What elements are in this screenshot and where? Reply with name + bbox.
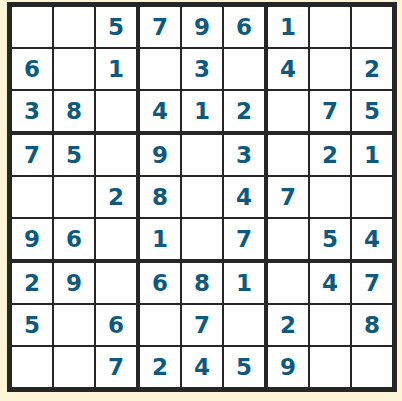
sudoku-cell-r2c6[interactable] bbox=[224, 49, 264, 89]
sudoku-cell-r1c5[interactable]: 9 bbox=[182, 7, 222, 47]
sudoku-cell-r6c4[interactable]: 1 bbox=[140, 219, 180, 259]
sudoku-cell-r2c8[interactable] bbox=[310, 49, 350, 89]
sudoku-cell-r6c2[interactable]: 6 bbox=[54, 219, 94, 259]
sudoku-cell-r9c2[interactable] bbox=[54, 347, 94, 387]
sudoku-cell-r2c2[interactable] bbox=[54, 49, 94, 89]
sudoku-cell-r4c1[interactable]: 7 bbox=[12, 135, 52, 175]
sudoku-cell-r4c7[interactable] bbox=[268, 135, 308, 175]
sudoku-cell-r2c5[interactable]: 3 bbox=[182, 49, 222, 89]
sudoku-cell-r5c9[interactable] bbox=[352, 177, 392, 217]
sudoku-cell-r6c7[interactable] bbox=[268, 219, 308, 259]
sudoku-cell-r9c4[interactable]: 2 bbox=[140, 347, 180, 387]
sudoku-cell-r3c2[interactable]: 8 bbox=[54, 91, 94, 131]
sudoku-cell-r3c5[interactable]: 1 bbox=[182, 91, 222, 131]
sudoku-cell-r8c1[interactable]: 5 bbox=[12, 305, 52, 345]
sudoku-cell-r1c8[interactable] bbox=[310, 7, 350, 47]
sudoku-cell-r3c3[interactable] bbox=[96, 91, 136, 131]
sudoku-cell-r7c9[interactable]: 7 bbox=[352, 263, 392, 303]
sudoku-cell-r8c9[interactable]: 8 bbox=[352, 305, 392, 345]
sudoku-box: 75296 bbox=[12, 135, 136, 259]
sudoku-cell-r6c9[interactable]: 4 bbox=[352, 219, 392, 259]
sudoku-cell-r2c4[interactable] bbox=[140, 49, 180, 89]
sudoku-cell-r6c8[interactable]: 5 bbox=[310, 219, 350, 259]
sudoku-cell-r8c5[interactable]: 7 bbox=[182, 305, 222, 345]
sudoku-cell-r8c8[interactable] bbox=[310, 305, 350, 345]
sudoku-cell-r7c7[interactable] bbox=[268, 263, 308, 303]
sudoku-cell-r6c6[interactable]: 7 bbox=[224, 219, 264, 259]
sudoku-cell-r2c3[interactable]: 1 bbox=[96, 49, 136, 89]
sudoku-cell-r5c5[interactable] bbox=[182, 177, 222, 217]
sudoku-box: 29567 bbox=[12, 263, 136, 387]
sudoku-cell-r9c8[interactable] bbox=[310, 347, 350, 387]
sudoku-cell-r3c9[interactable]: 5 bbox=[352, 91, 392, 131]
sudoku-cell-r9c3[interactable]: 7 bbox=[96, 347, 136, 387]
sudoku-cell-r2c1[interactable]: 6 bbox=[12, 49, 52, 89]
sudoku-cell-r5c7[interactable]: 7 bbox=[268, 177, 308, 217]
page: { "game": "sudoku", "position": "..57961… bbox=[0, 0, 402, 401]
sudoku-cell-r4c9[interactable]: 1 bbox=[352, 135, 392, 175]
sudoku-cell-r3c7[interactable] bbox=[268, 91, 308, 131]
sudoku-cell-r9c5[interactable]: 4 bbox=[182, 347, 222, 387]
sudoku-cell-r7c8[interactable]: 4 bbox=[310, 263, 350, 303]
sudoku-cell-r1c3[interactable]: 5 bbox=[96, 7, 136, 47]
sudoku-cell-r3c8[interactable]: 7 bbox=[310, 91, 350, 131]
sudoku-cell-r7c6[interactable]: 1 bbox=[224, 263, 264, 303]
sudoku-cell-r7c2[interactable]: 9 bbox=[54, 263, 94, 303]
sudoku-box: 7963412 bbox=[140, 7, 264, 131]
sudoku-box: 21754 bbox=[268, 135, 392, 259]
sudoku-box: 56138 bbox=[12, 7, 136, 131]
sudoku-cell-r7c3[interactable] bbox=[96, 263, 136, 303]
sudoku-cell-r9c7[interactable]: 9 bbox=[268, 347, 308, 387]
sudoku-cell-r4c8[interactable]: 2 bbox=[310, 135, 350, 175]
sudoku-cell-r1c4[interactable]: 7 bbox=[140, 7, 180, 47]
sudoku-cell-r4c5[interactable] bbox=[182, 135, 222, 175]
sudoku-cell-r2c9[interactable]: 2 bbox=[352, 49, 392, 89]
sudoku-cell-r6c3[interactable] bbox=[96, 219, 136, 259]
sudoku-cell-r8c4[interactable] bbox=[140, 305, 180, 345]
sudoku-cell-r5c6[interactable]: 4 bbox=[224, 177, 264, 217]
sudoku-cell-r7c5[interactable]: 8 bbox=[182, 263, 222, 303]
sudoku-box: 6817245 bbox=[140, 263, 264, 387]
sudoku-cell-r1c6[interactable]: 6 bbox=[224, 7, 264, 47]
sudoku-board: 5613879634121427575296938417217542956768… bbox=[7, 2, 397, 392]
sudoku-cell-r8c3[interactable]: 6 bbox=[96, 305, 136, 345]
sudoku-cell-r1c2[interactable] bbox=[54, 7, 94, 47]
sudoku-cell-r9c9[interactable] bbox=[352, 347, 392, 387]
sudoku-cell-r3c1[interactable]: 3 bbox=[12, 91, 52, 131]
sudoku-cell-r6c1[interactable]: 9 bbox=[12, 219, 52, 259]
sudoku-cell-r7c1[interactable]: 2 bbox=[12, 263, 52, 303]
sudoku-cell-r4c6[interactable]: 3 bbox=[224, 135, 264, 175]
sudoku-cell-r8c7[interactable]: 2 bbox=[268, 305, 308, 345]
sudoku-cell-r1c9[interactable] bbox=[352, 7, 392, 47]
sudoku-cell-r5c4[interactable]: 8 bbox=[140, 177, 180, 217]
sudoku-cell-r6c5[interactable] bbox=[182, 219, 222, 259]
sudoku-cell-r5c1[interactable] bbox=[12, 177, 52, 217]
sudoku-box: 47289 bbox=[268, 263, 392, 387]
sudoku-cell-r1c1[interactable] bbox=[12, 7, 52, 47]
sudoku-cell-r4c3[interactable] bbox=[96, 135, 136, 175]
sudoku-cell-r8c6[interactable] bbox=[224, 305, 264, 345]
sudoku-cell-r7c4[interactable]: 6 bbox=[140, 263, 180, 303]
sudoku-cell-r8c2[interactable] bbox=[54, 305, 94, 345]
sudoku-cell-r3c6[interactable]: 2 bbox=[224, 91, 264, 131]
sudoku-cell-r3c4[interactable]: 4 bbox=[140, 91, 180, 131]
sudoku-cell-r2c7[interactable]: 4 bbox=[268, 49, 308, 89]
sudoku-cell-r5c2[interactable] bbox=[54, 177, 94, 217]
sudoku-cell-r5c8[interactable] bbox=[310, 177, 350, 217]
sudoku-cell-r9c6[interactable]: 5 bbox=[224, 347, 264, 387]
sudoku-cell-r1c7[interactable]: 1 bbox=[268, 7, 308, 47]
sudoku-box: 14275 bbox=[268, 7, 392, 131]
sudoku-cell-r9c1[interactable] bbox=[12, 347, 52, 387]
sudoku-cell-r4c2[interactable]: 5 bbox=[54, 135, 94, 175]
sudoku-cell-r5c3[interactable]: 2 bbox=[96, 177, 136, 217]
sudoku-cell-r4c4[interactable]: 9 bbox=[140, 135, 180, 175]
sudoku-box: 938417 bbox=[140, 135, 264, 259]
